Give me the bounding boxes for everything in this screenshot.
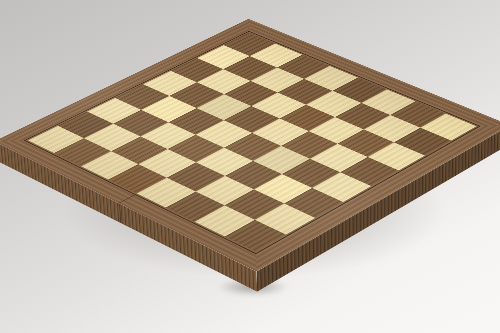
board-top-face	[0, 19, 500, 271]
square-e1[interactable]	[109, 164, 167, 193]
square-d2[interactable]	[167, 162, 225, 191]
square-b1[interactable]	[195, 205, 255, 236]
square-b3[interactable]	[254, 174, 312, 204]
square-e3[interactable]	[168, 135, 225, 163]
square-c3[interactable]	[225, 161, 283, 190]
square-f2[interactable]	[111, 136, 168, 164]
square-c4[interactable]	[253, 146, 310, 174]
square-f1[interactable]	[81, 151, 138, 179]
square-c1[interactable]	[166, 191, 225, 221]
square-c5[interactable]	[281, 131, 338, 159]
camera-tilt-wrapper	[0, 0, 500, 333]
hinge-seam-edge	[119, 203, 121, 223]
inlay-pinline	[24, 31, 481, 254]
square-a2[interactable]	[255, 204, 315, 235]
square-a5[interactable]	[340, 157, 398, 186]
playing-field	[28, 33, 476, 252]
square-a4[interactable]	[312, 172, 370, 201]
square-a6[interactable]	[367, 142, 424, 170]
square-b2[interactable]	[225, 190, 284, 220]
square-d1[interactable]	[137, 178, 195, 208]
photo-background	[0, 0, 500, 333]
square-d4[interactable]	[224, 133, 281, 161]
square-c2[interactable]	[196, 176, 254, 206]
square-e2[interactable]	[139, 149, 196, 177]
square-a1[interactable]	[225, 220, 285, 251]
perspective-scene	[0, 0, 500, 333]
square-d3[interactable]	[196, 148, 253, 176]
hinge-seam	[119, 194, 136, 203]
square-a3[interactable]	[284, 188, 343, 218]
square-b5[interactable]	[310, 144, 367, 172]
square-b6[interactable]	[337, 129, 394, 157]
square-g1[interactable]	[55, 138, 112, 166]
square-b4[interactable]	[282, 159, 340, 188]
square-a7[interactable]	[394, 128, 451, 156]
